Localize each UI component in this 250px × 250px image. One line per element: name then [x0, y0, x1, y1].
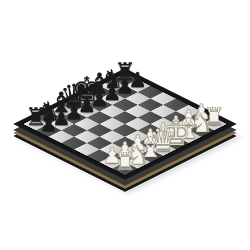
chess-set-photo: ♜♞♝♛♚♝♞♜♟♟♟♟♟♟♟♟♟♟♟♟♟♟♟♟♜♞♝♛♚♝♞♜ — [0, 0, 250, 250]
chess-board — [23, 73, 227, 175]
chess-board-frame — [13, 68, 236, 180]
